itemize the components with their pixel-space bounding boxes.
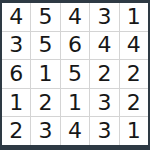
cell-r5c4[interactable]: 3 <box>90 117 118 145</box>
cell-r5c3[interactable]: 4 <box>61 117 89 145</box>
cell-r2c3[interactable]: 6 <box>61 32 89 60</box>
cell-r4c4[interactable]: 3 <box>90 89 118 117</box>
cell-r3c5[interactable]: 2 <box>120 60 148 88</box>
cell-r4c5[interactable]: 2 <box>120 89 148 117</box>
cell-r2c5[interactable]: 4 <box>120 32 148 60</box>
cell-r5c1[interactable]: 2 <box>2 117 30 145</box>
puzzle-board: 4 5 4 3 1 3 5 6 4 4 6 1 5 2 2 1 2 1 3 2 … <box>0 0 150 150</box>
cell-r1c3[interactable]: 4 <box>61 3 89 31</box>
cell-r1c5[interactable]: 1 <box>120 3 148 31</box>
cell-r2c4[interactable]: 4 <box>90 32 118 60</box>
cell-r1c2[interactable]: 5 <box>31 3 59 31</box>
hitori-grid: 4 5 4 3 1 3 5 6 4 4 6 1 5 2 2 1 2 1 3 2 … <box>2 3 148 145</box>
cell-r3c3[interactable]: 5 <box>61 60 89 88</box>
cell-r3c2[interactable]: 1 <box>31 60 59 88</box>
cell-r2c1[interactable]: 3 <box>2 32 30 60</box>
cell-r3c4[interactable]: 2 <box>90 60 118 88</box>
cell-r1c1[interactable]: 4 <box>2 3 30 31</box>
cell-r5c5[interactable]: 1 <box>120 117 148 145</box>
cell-r3c1[interactable]: 6 <box>2 60 30 88</box>
cell-r4c3[interactable]: 1 <box>61 89 89 117</box>
cell-r1c4[interactable]: 3 <box>90 3 118 31</box>
cell-r2c2[interactable]: 5 <box>31 32 59 60</box>
cell-r5c2[interactable]: 3 <box>31 117 59 145</box>
cell-r4c1[interactable]: 1 <box>2 89 30 117</box>
cell-r4c2[interactable]: 2 <box>31 89 59 117</box>
